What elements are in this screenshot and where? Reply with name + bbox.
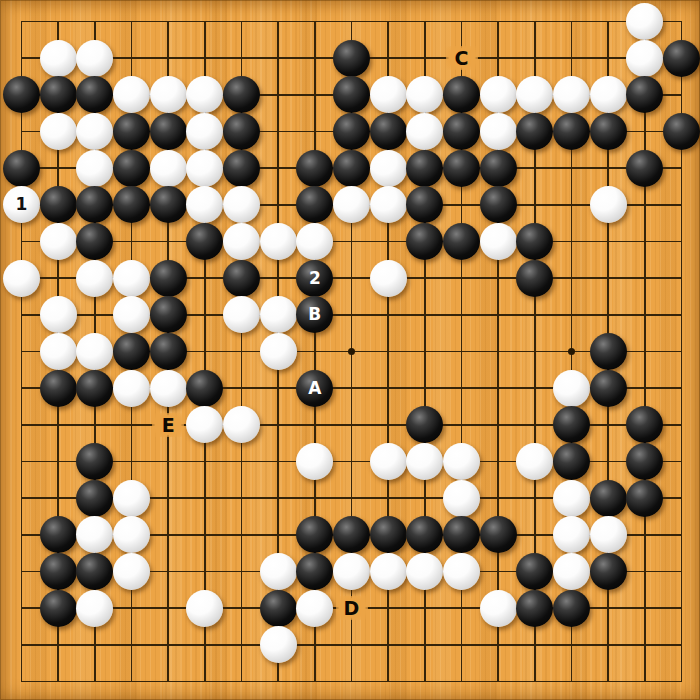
black-stone bbox=[40, 553, 77, 590]
white-stone bbox=[186, 113, 223, 150]
white-stone bbox=[113, 370, 150, 407]
black-stone bbox=[553, 113, 590, 150]
white-stone bbox=[370, 260, 407, 297]
white-stone bbox=[553, 76, 590, 113]
black-stone bbox=[260, 590, 297, 627]
white-stone bbox=[40, 333, 77, 370]
white-stone bbox=[186, 150, 223, 187]
black-stone bbox=[333, 40, 370, 77]
black-stone bbox=[76, 480, 113, 517]
black-stone bbox=[150, 186, 187, 223]
black-stone bbox=[626, 150, 663, 187]
white-stone bbox=[296, 223, 333, 260]
white-stone bbox=[406, 443, 443, 480]
black-stone bbox=[186, 223, 223, 260]
white-stone bbox=[333, 553, 370, 590]
black-stone bbox=[76, 443, 113, 480]
black-stone bbox=[626, 480, 663, 517]
black-stone bbox=[333, 113, 370, 150]
white-stone bbox=[553, 480, 590, 517]
white-stone bbox=[480, 223, 517, 260]
black-stone bbox=[333, 516, 370, 553]
go-board[interactable]: 12BA CDE bbox=[0, 0, 700, 700]
white-stone bbox=[443, 480, 480, 517]
black-stone bbox=[113, 333, 150, 370]
black-stone bbox=[406, 150, 443, 187]
black-stone bbox=[553, 590, 590, 627]
black-stone bbox=[626, 443, 663, 480]
black-stone bbox=[223, 76, 260, 113]
black-stone bbox=[516, 113, 553, 150]
white-stone bbox=[626, 3, 663, 40]
black-stone bbox=[443, 76, 480, 113]
white-stone bbox=[76, 333, 113, 370]
star-point bbox=[568, 348, 575, 355]
white-stone bbox=[296, 443, 333, 480]
black-stone bbox=[150, 296, 187, 333]
black-stone bbox=[370, 113, 407, 150]
black-stone bbox=[370, 516, 407, 553]
black-stone bbox=[40, 186, 77, 223]
white-stone bbox=[406, 113, 443, 150]
white-stone bbox=[406, 553, 443, 590]
point-label-D: D bbox=[336, 596, 368, 620]
black-stone bbox=[663, 40, 700, 77]
white-stone bbox=[480, 590, 517, 627]
white-stone bbox=[260, 553, 297, 590]
white-stone bbox=[406, 76, 443, 113]
white-stone bbox=[553, 553, 590, 590]
black-stone bbox=[150, 113, 187, 150]
white-stone bbox=[40, 223, 77, 260]
stone-label: 2 bbox=[309, 270, 321, 287]
black-stone bbox=[590, 333, 627, 370]
white-stone: 1 bbox=[3, 186, 40, 223]
white-stone bbox=[76, 590, 113, 627]
white-stone bbox=[76, 150, 113, 187]
white-stone bbox=[223, 223, 260, 260]
black-stone bbox=[516, 590, 553, 627]
white-stone bbox=[3, 260, 40, 297]
white-stone bbox=[113, 296, 150, 333]
black-stone bbox=[663, 113, 700, 150]
black-stone bbox=[443, 113, 480, 150]
white-stone bbox=[223, 296, 260, 333]
white-stone bbox=[260, 223, 297, 260]
black-stone bbox=[516, 260, 553, 297]
white-stone bbox=[370, 186, 407, 223]
white-stone bbox=[590, 516, 627, 553]
grid-v-line bbox=[644, 21, 646, 683]
black-stone bbox=[590, 553, 627, 590]
black-stone bbox=[296, 186, 333, 223]
star-point bbox=[348, 348, 355, 355]
black-stone bbox=[333, 150, 370, 187]
white-stone bbox=[76, 113, 113, 150]
stone-label: A bbox=[308, 380, 321, 397]
black-stone bbox=[480, 516, 517, 553]
white-stone bbox=[370, 443, 407, 480]
black-stone bbox=[223, 150, 260, 187]
stone-label: 1 bbox=[16, 196, 28, 213]
white-stone bbox=[186, 590, 223, 627]
white-stone bbox=[186, 406, 223, 443]
white-stone bbox=[223, 186, 260, 223]
black-stone bbox=[150, 333, 187, 370]
white-stone bbox=[443, 443, 480, 480]
white-stone bbox=[480, 76, 517, 113]
black-stone bbox=[480, 150, 517, 187]
grid-h-line bbox=[21, 644, 683, 646]
black-stone bbox=[76, 553, 113, 590]
black-stone bbox=[406, 406, 443, 443]
black-stone bbox=[76, 370, 113, 407]
white-stone bbox=[40, 296, 77, 333]
white-stone bbox=[223, 406, 260, 443]
black-stone bbox=[516, 553, 553, 590]
white-stone bbox=[553, 370, 590, 407]
black-stone bbox=[223, 260, 260, 297]
white-stone bbox=[516, 76, 553, 113]
point-label-E: E bbox=[152, 413, 184, 437]
black-stone bbox=[590, 480, 627, 517]
white-stone bbox=[296, 590, 333, 627]
white-stone bbox=[113, 260, 150, 297]
stone-label: B bbox=[308, 306, 321, 323]
black-stone bbox=[113, 113, 150, 150]
white-stone bbox=[150, 76, 187, 113]
white-stone bbox=[150, 150, 187, 187]
black-stone bbox=[76, 76, 113, 113]
black-stone: A bbox=[296, 370, 333, 407]
white-stone bbox=[370, 553, 407, 590]
black-stone bbox=[406, 223, 443, 260]
white-stone bbox=[113, 553, 150, 590]
black-stone bbox=[186, 370, 223, 407]
white-stone bbox=[40, 40, 77, 77]
white-stone bbox=[260, 333, 297, 370]
black-stone: B bbox=[296, 296, 333, 333]
black-stone bbox=[553, 406, 590, 443]
point-label-C: C bbox=[446, 46, 478, 70]
white-stone bbox=[370, 150, 407, 187]
white-stone bbox=[443, 553, 480, 590]
black-stone bbox=[40, 370, 77, 407]
white-stone bbox=[113, 480, 150, 517]
white-stone bbox=[260, 296, 297, 333]
black-stone bbox=[3, 76, 40, 113]
black-stone bbox=[590, 113, 627, 150]
white-stone bbox=[333, 186, 370, 223]
white-stone bbox=[590, 76, 627, 113]
black-stone bbox=[40, 590, 77, 627]
white-stone bbox=[553, 516, 590, 553]
black-stone bbox=[406, 186, 443, 223]
white-stone bbox=[370, 76, 407, 113]
white-stone bbox=[113, 76, 150, 113]
white-stone bbox=[76, 260, 113, 297]
black-stone bbox=[553, 443, 590, 480]
black-stone bbox=[480, 186, 517, 223]
black-stone bbox=[516, 223, 553, 260]
black-stone bbox=[76, 223, 113, 260]
white-stone bbox=[186, 186, 223, 223]
black-stone bbox=[626, 76, 663, 113]
black-stone bbox=[113, 150, 150, 187]
black-stone bbox=[443, 223, 480, 260]
black-stone bbox=[40, 76, 77, 113]
black-stone bbox=[40, 516, 77, 553]
white-stone bbox=[76, 516, 113, 553]
black-stone bbox=[590, 370, 627, 407]
white-stone bbox=[590, 186, 627, 223]
black-stone bbox=[3, 150, 40, 187]
white-stone bbox=[186, 76, 223, 113]
white-stone bbox=[76, 40, 113, 77]
black-stone bbox=[626, 406, 663, 443]
black-stone bbox=[333, 76, 370, 113]
black-stone bbox=[113, 186, 150, 223]
black-stone bbox=[296, 516, 333, 553]
white-stone bbox=[113, 516, 150, 553]
white-stone bbox=[626, 40, 663, 77]
grid-h-line bbox=[21, 681, 683, 683]
black-stone bbox=[296, 553, 333, 590]
white-stone bbox=[516, 443, 553, 480]
white-stone bbox=[150, 370, 187, 407]
white-stone bbox=[40, 113, 77, 150]
black-stone bbox=[443, 516, 480, 553]
white-stone bbox=[480, 113, 517, 150]
black-stone bbox=[223, 113, 260, 150]
black-stone bbox=[76, 186, 113, 223]
black-stone bbox=[443, 150, 480, 187]
black-stone bbox=[150, 260, 187, 297]
black-stone bbox=[296, 150, 333, 187]
black-stone: 2 bbox=[296, 260, 333, 297]
white-stone bbox=[260, 626, 297, 663]
black-stone bbox=[406, 516, 443, 553]
